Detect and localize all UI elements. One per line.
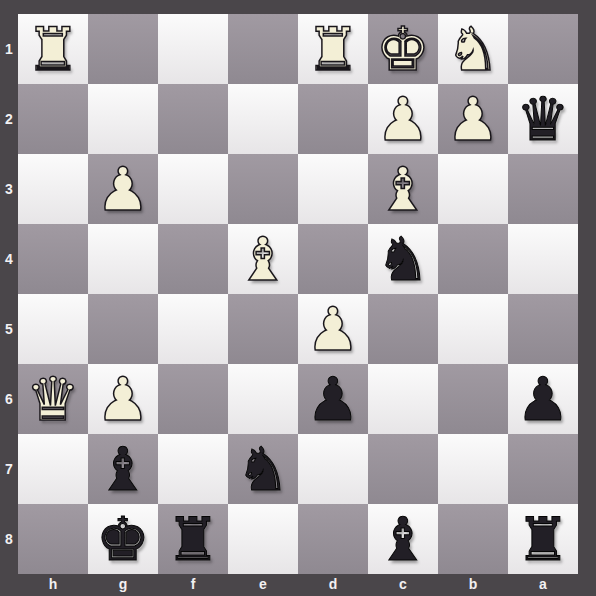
- square-c2[interactable]: ♟: [368, 84, 438, 154]
- black-knight-e7: ♞: [236, 434, 290, 504]
- file-label-f: f: [158, 574, 228, 596]
- square-h7[interactable]: [18, 434, 88, 504]
- black-queen-a2: ♛: [516, 84, 570, 154]
- chess-board: ♜♜♚♞♟♟♛♟♝♝♞♟♛♟♟♟♝♞♚♜♝♜: [18, 14, 578, 574]
- square-c1[interactable]: ♚: [368, 14, 438, 84]
- file-label-h: h: [18, 574, 88, 596]
- rank-label-1: 1: [0, 14, 18, 84]
- square-c4[interactable]: ♞: [368, 224, 438, 294]
- square-f1[interactable]: [158, 14, 228, 84]
- white-bishop-c3: ♝: [376, 154, 430, 224]
- square-h8[interactable]: [18, 504, 88, 574]
- square-c7[interactable]: [368, 434, 438, 504]
- file-label-a: a: [508, 574, 578, 596]
- file-label-g: g: [88, 574, 158, 596]
- square-e2[interactable]: [228, 84, 298, 154]
- square-g4[interactable]: [88, 224, 158, 294]
- square-a2[interactable]: ♛: [508, 84, 578, 154]
- square-e5[interactable]: [228, 294, 298, 364]
- rank-label-6: 6: [0, 364, 18, 434]
- square-d8[interactable]: [298, 504, 368, 574]
- rank-labels: 12345678: [0, 14, 18, 574]
- square-h5[interactable]: [18, 294, 88, 364]
- white-pawn-d5: ♟: [306, 294, 360, 364]
- rank-label-2: 2: [0, 84, 18, 154]
- square-c5[interactable]: [368, 294, 438, 364]
- square-h4[interactable]: [18, 224, 88, 294]
- file-labels: hgfedcba: [18, 574, 578, 596]
- square-a8[interactable]: ♜: [508, 504, 578, 574]
- square-a3[interactable]: [508, 154, 578, 224]
- white-king-c1: ♚: [376, 14, 430, 84]
- square-f8[interactable]: ♜: [158, 504, 228, 574]
- chess-board-frame: 12345678 hgfedcba ♜♜♚♞♟♟♛♟♝♝♞♟♛♟♟♟♝♞♚♜♝♜: [0, 0, 596, 596]
- square-d4[interactable]: [298, 224, 368, 294]
- square-b5[interactable]: [438, 294, 508, 364]
- white-pawn-c2: ♟: [376, 84, 430, 154]
- white-pawn-b2: ♟: [446, 84, 500, 154]
- black-king-g8: ♚: [96, 504, 150, 574]
- black-pawn-a6: ♟: [516, 364, 570, 434]
- square-d2[interactable]: [298, 84, 368, 154]
- square-b2[interactable]: ♟: [438, 84, 508, 154]
- white-rook-h1: ♜: [26, 14, 80, 84]
- white-knight-b1: ♞: [446, 14, 500, 84]
- square-c6[interactable]: [368, 364, 438, 434]
- square-f4[interactable]: [158, 224, 228, 294]
- rank-label-3: 3: [0, 154, 18, 224]
- square-a7[interactable]: [508, 434, 578, 504]
- black-pawn-d6: ♟: [306, 364, 360, 434]
- square-d1[interactable]: ♜: [298, 14, 368, 84]
- square-d5[interactable]: ♟: [298, 294, 368, 364]
- file-label-b: b: [438, 574, 508, 596]
- square-e3[interactable]: [228, 154, 298, 224]
- white-bishop-e4: ♝: [236, 224, 290, 294]
- white-rook-d1: ♜: [306, 14, 360, 84]
- square-b4[interactable]: [438, 224, 508, 294]
- square-d7[interactable]: [298, 434, 368, 504]
- square-a1[interactable]: [508, 14, 578, 84]
- square-f2[interactable]: [158, 84, 228, 154]
- square-h3[interactable]: [18, 154, 88, 224]
- black-knight-c4: ♞: [376, 224, 430, 294]
- square-b6[interactable]: [438, 364, 508, 434]
- file-label-d: d: [298, 574, 368, 596]
- square-e8[interactable]: [228, 504, 298, 574]
- square-e6[interactable]: [228, 364, 298, 434]
- square-e4[interactable]: ♝: [228, 224, 298, 294]
- white-pawn-g3: ♟: [96, 154, 150, 224]
- black-rook-f8: ♜: [166, 504, 220, 574]
- square-g1[interactable]: [88, 14, 158, 84]
- square-b8[interactable]: [438, 504, 508, 574]
- square-d6[interactable]: ♟: [298, 364, 368, 434]
- square-a6[interactable]: ♟: [508, 364, 578, 434]
- square-f5[interactable]: [158, 294, 228, 364]
- square-g2[interactable]: [88, 84, 158, 154]
- white-queen-h6: ♛: [26, 364, 80, 434]
- file-label-c: c: [368, 574, 438, 596]
- square-g6[interactable]: ♟: [88, 364, 158, 434]
- square-b1[interactable]: ♞: [438, 14, 508, 84]
- rank-label-7: 7: [0, 434, 18, 504]
- square-c8[interactable]: ♝: [368, 504, 438, 574]
- black-bishop-g7: ♝: [96, 434, 150, 504]
- square-g8[interactable]: ♚: [88, 504, 158, 574]
- square-g5[interactable]: [88, 294, 158, 364]
- rank-label-5: 5: [0, 294, 18, 364]
- square-f6[interactable]: [158, 364, 228, 434]
- square-f3[interactable]: [158, 154, 228, 224]
- square-c3[interactable]: ♝: [368, 154, 438, 224]
- square-e7[interactable]: ♞: [228, 434, 298, 504]
- black-rook-a8: ♜: [516, 504, 570, 574]
- square-a5[interactable]: [508, 294, 578, 364]
- rank-label-4: 4: [0, 224, 18, 294]
- square-f7[interactable]: [158, 434, 228, 504]
- square-g3[interactable]: ♟: [88, 154, 158, 224]
- square-g7[interactable]: ♝: [88, 434, 158, 504]
- white-pawn-g6: ♟: [96, 364, 150, 434]
- file-label-e: e: [228, 574, 298, 596]
- square-h6[interactable]: ♛: [18, 364, 88, 434]
- square-a4[interactable]: [508, 224, 578, 294]
- square-h1[interactable]: ♜: [18, 14, 88, 84]
- square-b7[interactable]: [438, 434, 508, 504]
- square-d3[interactable]: [298, 154, 368, 224]
- square-e1[interactable]: [228, 14, 298, 84]
- square-b3[interactable]: [438, 154, 508, 224]
- black-bishop-c8: ♝: [376, 504, 430, 574]
- square-h2[interactable]: [18, 84, 88, 154]
- rank-label-8: 8: [0, 504, 18, 574]
